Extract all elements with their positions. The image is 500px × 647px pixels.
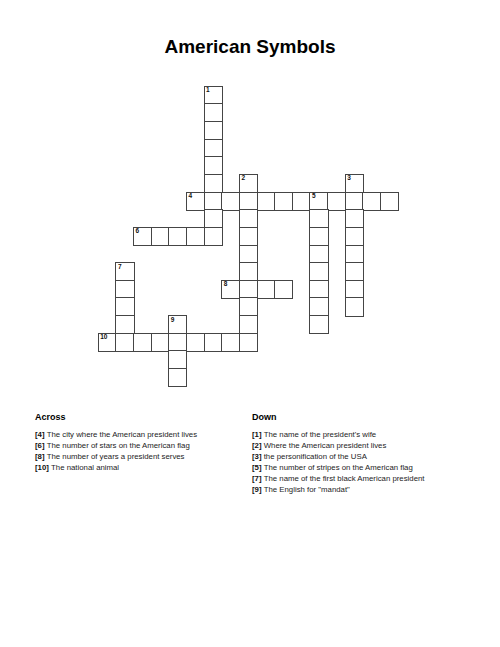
grid-cell[interactable] xyxy=(239,297,258,316)
grid-cell[interactable] xyxy=(204,103,223,122)
clue-item: [7] The name of the first black American… xyxy=(252,473,424,484)
cell-number: 3 xyxy=(347,175,351,182)
grid-cell[interactable] xyxy=(345,209,364,228)
grid-cell[interactable] xyxy=(309,209,328,228)
clue-number: [4] xyxy=(35,430,47,439)
clue-text: The English for "mandat" xyxy=(264,485,350,494)
grid-cell[interactable]: 10 xyxy=(98,333,117,352)
grid-cell[interactable]: 2 xyxy=(239,174,258,193)
cell-number: 2 xyxy=(241,175,245,182)
across-header: Across xyxy=(35,412,197,423)
grid-cell[interactable] xyxy=(239,209,258,228)
clue-text: the personification of the USA xyxy=(264,452,367,461)
grid-cell[interactable] xyxy=(186,227,205,246)
grid-cell[interactable] xyxy=(345,280,364,299)
grid-cell[interactable] xyxy=(239,192,258,211)
grid-cell[interactable] xyxy=(204,174,223,193)
grid-cell[interactable] xyxy=(380,192,399,211)
grid-cell[interactable] xyxy=(309,280,328,299)
grid-cell[interactable] xyxy=(309,262,328,281)
clue-text: The city where the American president li… xyxy=(47,430,197,439)
clue-number: [8] xyxy=(35,452,47,461)
across-clue-list: [4] The city where the American presiden… xyxy=(35,429,197,473)
cell-number: 9 xyxy=(171,317,175,324)
clue-item: [9] The English for "mandat" xyxy=(252,484,424,495)
grid-cell[interactable] xyxy=(133,333,152,352)
cell-number: 1 xyxy=(206,87,210,94)
grid-cell[interactable] xyxy=(239,315,258,334)
grid-cell[interactable] xyxy=(168,333,187,352)
grid-cell[interactable] xyxy=(239,333,258,352)
cell-number: 6 xyxy=(136,228,140,235)
grid-cell[interactable]: 6 xyxy=(133,227,152,246)
grid-cell[interactable]: 7 xyxy=(115,262,134,281)
grid-cell[interactable] xyxy=(221,333,240,352)
grid-cell[interactable]: 8 xyxy=(221,280,240,299)
clue-number: [9] xyxy=(252,485,264,494)
clue-text: The name of the first black American pre… xyxy=(264,474,425,483)
clue-text: Where the American president lives xyxy=(264,441,387,450)
cell-number: 10 xyxy=(100,334,107,341)
grid-cell[interactable] xyxy=(309,297,328,316)
cell-number: 7 xyxy=(118,264,122,271)
grid-cell[interactable] xyxy=(239,245,258,264)
grid-cell[interactable] xyxy=(345,192,364,211)
grid-cell[interactable] xyxy=(274,192,293,211)
grid-cell[interactable]: 3 xyxy=(345,174,364,193)
clue-number: [3] xyxy=(252,452,264,461)
clue-number: [5] xyxy=(252,463,264,472)
clue-number: [6] xyxy=(35,441,47,450)
grid-cell[interactable] xyxy=(151,333,170,352)
crossword-board: 12345678910 xyxy=(99,87,399,387)
clue-item: [3] the personification of the USA xyxy=(252,451,424,462)
grid-cell[interactable]: 5 xyxy=(309,192,328,211)
clues-across-section: Across [4] The city where the American p… xyxy=(35,412,197,473)
grid-cell[interactable]: 4 xyxy=(186,192,205,211)
grid-cell[interactable] xyxy=(362,192,381,211)
grid-cell[interactable] xyxy=(274,280,293,299)
clues-down-section: Down [1] The name of the president's wif… xyxy=(252,412,424,495)
grid-cell[interactable] xyxy=(115,333,134,352)
grid-cell[interactable] xyxy=(204,121,223,140)
clue-item: [4] The city where the American presiden… xyxy=(35,429,197,440)
grid-cell[interactable] xyxy=(327,192,346,211)
down-header: Down xyxy=(252,412,424,423)
grid-cell[interactable] xyxy=(257,192,276,211)
clue-number: [1] xyxy=(252,430,264,439)
clue-number: [7] xyxy=(252,474,264,483)
clue-item: [6] The number of stars on the American … xyxy=(35,440,197,451)
grid-cell[interactable] xyxy=(186,333,205,352)
clue-item: [5] The number of stripes on the America… xyxy=(252,462,424,473)
clue-number: [2] xyxy=(252,441,264,450)
grid-cell[interactable]: 9 xyxy=(168,315,187,334)
grid-cell[interactable] xyxy=(239,280,258,299)
clue-text: The number of stars on the American flag xyxy=(47,441,190,450)
grid-cell[interactable] xyxy=(309,315,328,334)
clue-item: [10] The national animal xyxy=(35,462,197,473)
grid-cell[interactable] xyxy=(292,192,311,211)
grid-cell[interactable] xyxy=(115,280,134,299)
grid-cell[interactable] xyxy=(239,262,258,281)
grid-cell[interactable] xyxy=(204,333,223,352)
grid-cell[interactable] xyxy=(168,368,187,387)
clue-number: [10] xyxy=(35,463,51,472)
grid-cell[interactable] xyxy=(345,227,364,246)
grid-cell[interactable] xyxy=(168,350,187,369)
grid-cell[interactable] xyxy=(204,156,223,175)
clue-text: The number of stripes on the American fl… xyxy=(264,463,413,472)
grid-cell[interactable] xyxy=(204,209,223,228)
grid-cell[interactable] xyxy=(168,227,187,246)
grid-cell[interactable] xyxy=(309,245,328,264)
grid-cell[interactable] xyxy=(239,227,258,246)
clue-text: The national animal xyxy=(51,463,119,472)
grid-cell[interactable] xyxy=(309,227,328,246)
grid-cell[interactable] xyxy=(204,139,223,158)
grid-cell[interactable] xyxy=(257,280,276,299)
clue-item: [2] Where the American president lives xyxy=(252,440,424,451)
clue-text: The name of the president's wife xyxy=(264,430,376,439)
crossword-page: American Symbols 12345678910 Across [4] … xyxy=(0,0,500,647)
grid-cell[interactable] xyxy=(151,227,170,246)
grid-cell[interactable] xyxy=(115,315,134,334)
down-clue-list: [1] The name of the president's wife[2] … xyxy=(252,429,424,495)
grid-cell[interactable] xyxy=(345,297,364,316)
clue-text: The number of years a president serves xyxy=(47,452,185,461)
cell-number: 4 xyxy=(188,193,192,200)
clue-item: [8] The number of years a president serv… xyxy=(35,451,197,462)
clue-item: [1] The name of the president's wife xyxy=(252,429,424,440)
grid-cell[interactable] xyxy=(345,245,364,264)
grid-cell[interactable] xyxy=(115,297,134,316)
page-title: American Symbols xyxy=(0,36,500,58)
grid-cell[interactable] xyxy=(221,192,240,211)
cell-number: 5 xyxy=(312,193,316,200)
cell-number: 8 xyxy=(224,281,228,288)
grid-cell[interactable] xyxy=(204,227,223,246)
grid-cell[interactable] xyxy=(204,192,223,211)
grid-cell[interactable]: 1 xyxy=(204,86,223,105)
grid-cell[interactable] xyxy=(345,262,364,281)
